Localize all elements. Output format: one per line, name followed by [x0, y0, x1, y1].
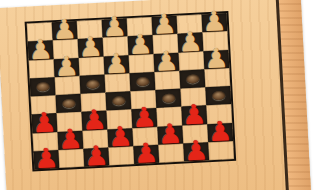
dark-square[interactable]: ♟	[54, 57, 80, 77]
dark-square[interactable]: ♟	[107, 128, 133, 148]
dark-square[interactable]: ♟	[57, 130, 83, 150]
peg-hole	[62, 99, 75, 109]
dark-square[interactable]: ♟	[131, 108, 157, 128]
dark-square[interactable]	[105, 91, 131, 111]
game-box: ♟♟♟♟♟♟♟♟♟♟♟♟♟♟♟♟♟♟♟♟♟♟♟♟	[0, 0, 311, 190]
peg-hole	[36, 82, 49, 92]
dark-square[interactable]: ♟	[133, 145, 159, 165]
peg-hole	[112, 96, 125, 106]
dark-square[interactable]: ♟	[201, 13, 227, 33]
dark-square[interactable]: ♟	[78, 38, 104, 58]
light-square	[204, 68, 230, 88]
dark-square[interactable]	[205, 86, 231, 106]
peg-hole	[186, 74, 199, 84]
light-square	[79, 56, 105, 76]
dark-square[interactable]: ♟	[203, 50, 229, 70]
light-square	[128, 53, 154, 73]
dark-square[interactable]: ♟	[128, 35, 154, 55]
red-peg[interactable]: ♟	[33, 144, 59, 172]
light-square	[154, 70, 180, 90]
dark-square[interactable]: ♟	[31, 113, 57, 133]
dark-square[interactable]	[80, 74, 106, 94]
light-square	[208, 141, 234, 161]
dark-square[interactable]	[179, 69, 205, 89]
light-square	[178, 51, 204, 71]
dark-square[interactable]: ♟	[102, 18, 128, 38]
peg-hole	[86, 79, 99, 89]
dark-square[interactable]: ♟	[207, 122, 233, 142]
board-grid: ♟♟♟♟♟♟♟♟♟♟♟♟♟♟♟♟♟♟♟♟♟♟♟♟	[25, 11, 237, 171]
box-hinge-edge	[275, 0, 311, 190]
peg-hole	[212, 91, 225, 101]
dark-square[interactable]: ♟	[183, 142, 209, 162]
dark-square[interactable]: ♟	[153, 52, 179, 72]
dark-square[interactable]: ♟	[83, 147, 109, 167]
dark-square[interactable]	[30, 77, 56, 97]
dark-square[interactable]: ♟	[152, 16, 178, 36]
dark-square[interactable]: ♟	[28, 40, 54, 60]
peg-hole	[162, 94, 175, 104]
dark-square[interactable]	[155, 89, 181, 109]
light-square	[58, 149, 84, 169]
dark-square[interactable]: ♟	[157, 125, 183, 145]
light-square	[29, 59, 55, 79]
red-peg[interactable]: ♟	[133, 139, 159, 167]
dark-square[interactable]: ♟	[104, 55, 130, 75]
light-square	[104, 73, 130, 93]
light-square	[108, 146, 134, 166]
light-square	[55, 76, 81, 96]
dark-square[interactable]: ♟	[177, 33, 203, 53]
dark-square[interactable]: ♟	[33, 150, 59, 170]
dark-square[interactable]: ♟	[81, 111, 107, 131]
photo-background: ♟♟♟♟♟♟♟♟♟♟♟♟♟♟♟♟♟♟♟♟♟♟♟♟	[0, 0, 320, 190]
dark-square[interactable]	[129, 72, 155, 92]
red-peg[interactable]: ♟	[183, 136, 209, 164]
peg-hole	[136, 77, 149, 87]
dark-square[interactable]	[56, 94, 82, 114]
dark-square[interactable]: ♟	[181, 106, 207, 126]
red-peg[interactable]: ♟	[83, 141, 109, 169]
light-square	[158, 143, 184, 163]
dark-square[interactable]: ♟	[52, 21, 78, 41]
